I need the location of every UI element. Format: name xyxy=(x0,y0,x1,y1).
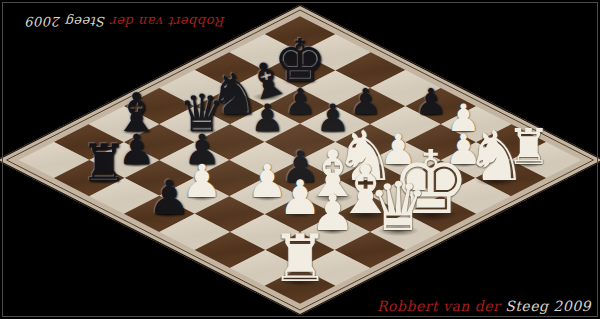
signature-word: Steeg xyxy=(505,298,553,314)
chess-render-scene: ♚♝♞♟♟♟♝♛♟♟♟♟♟♟♟♜♜♟♞♞♟♟♝♟♟♝♚♟♛♜ Robbert v… xyxy=(0,0,600,319)
piece-white-queen-d1[interactable]: ♛ xyxy=(368,174,428,241)
piece-black-rook-a7[interactable]: ♜ xyxy=(81,137,127,189)
piece-white-rook-a1[interactable]: ♜ xyxy=(271,225,330,290)
signature-word: 2009 xyxy=(26,14,61,29)
piece-black-pawn-h4[interactable]: ♟ xyxy=(415,84,447,120)
signature-word: Robbert xyxy=(377,298,443,314)
artist-signature: Robbert van der Steeg 2009 xyxy=(377,298,591,314)
piece-white-knight-g1[interactable]: ♞ xyxy=(465,122,527,191)
signature-word: der xyxy=(475,298,505,314)
piece-black-pawn-a5[interactable]: ♟ xyxy=(148,174,191,222)
signature-word: 2009 xyxy=(553,298,591,314)
pieces-layer: ♚♝♞♟♟♟♝♛♟♟♟♟♟♟♟♜♜♟♞♞♟♟♝♟♟♝♚♟♛♜ xyxy=(0,0,600,319)
piece-black-pawn-e6[interactable]: ♟ xyxy=(250,99,284,137)
piece-black-pawn-f6[interactable]: ♟ xyxy=(284,84,316,120)
signature-word: van xyxy=(134,14,164,29)
signature-word: Steeg xyxy=(61,14,106,29)
signature-word: Robbert xyxy=(164,14,226,29)
signature-word: der xyxy=(106,14,134,29)
artist-signature-mirrored: Robbert van der Steeg 2009 xyxy=(26,14,226,29)
signature-word: van xyxy=(443,298,475,314)
